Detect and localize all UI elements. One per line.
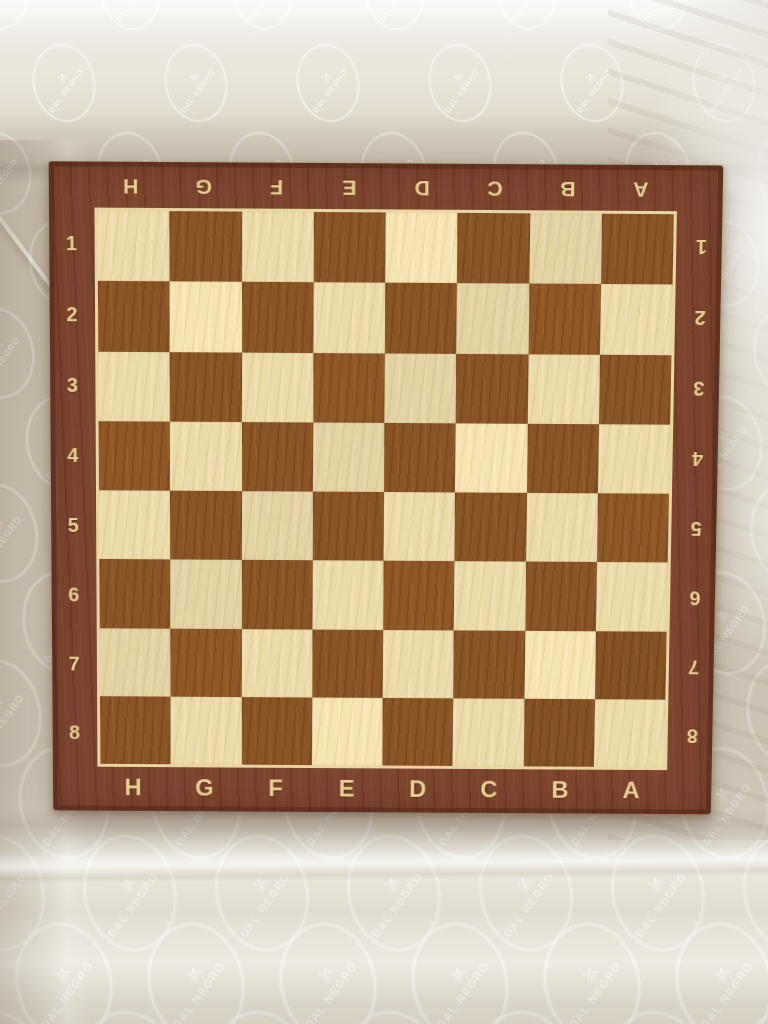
rank-label-right-1: 1 xyxy=(685,211,719,282)
square-g8 xyxy=(171,696,242,764)
square-e2 xyxy=(313,282,385,353)
square-f5 xyxy=(241,491,312,560)
playing-area xyxy=(94,208,676,771)
square-c7 xyxy=(453,630,524,699)
square-g6 xyxy=(170,560,241,629)
square-f8 xyxy=(241,697,312,765)
square-g3 xyxy=(170,352,242,422)
brand-watermark: ⚜DAL NEGRO xyxy=(745,300,768,405)
rank-label-left-1: 1 xyxy=(55,207,88,278)
file-label-top-f: F xyxy=(240,175,313,200)
file-labels-bottom: H G F E D C B A xyxy=(97,770,667,809)
square-a3 xyxy=(599,354,672,424)
file-label-bottom-a: A xyxy=(595,777,667,805)
rank-label-left-2: 2 xyxy=(56,279,89,350)
brand-watermark: ⚜DAL NEGRO xyxy=(749,125,768,220)
square-b3 xyxy=(527,354,599,424)
square-a5 xyxy=(597,493,669,562)
brand-watermark: ⚜DAL NEGRO xyxy=(25,38,103,129)
square-c6 xyxy=(454,561,526,630)
square-d1 xyxy=(385,212,457,283)
square-f6 xyxy=(241,560,312,629)
square-a7 xyxy=(595,631,667,700)
board-grid xyxy=(98,211,674,768)
brand-text: DAL NEGRO xyxy=(378,0,413,23)
square-d8 xyxy=(382,698,453,766)
rank-label-right-8: 8 xyxy=(676,702,709,771)
square-a2 xyxy=(600,284,673,355)
file-label-top-a: A xyxy=(604,177,677,202)
brand-text: DAL NEGRO xyxy=(642,0,677,23)
square-b7 xyxy=(524,630,596,699)
rank-label-right-3: 3 xyxy=(682,353,715,424)
file-label-top-h: H xyxy=(94,174,167,199)
brand-watermark: ⚜DAL NEGRO xyxy=(357,0,431,36)
square-e1 xyxy=(313,212,385,283)
file-label-bottom-h: H xyxy=(97,774,168,802)
file-label-top-c: C xyxy=(459,176,532,201)
file-label-top-b: B xyxy=(531,177,604,202)
brand-watermark: ⚜DAL NEGRO xyxy=(621,0,695,36)
file-label-top-g: G xyxy=(167,174,240,199)
square-e3 xyxy=(313,353,385,423)
file-label-bottom-b: B xyxy=(524,776,596,804)
rank-labels-left: 1 2 3 4 5 6 7 8 xyxy=(55,207,90,766)
brand-watermark: ⚜DAL NEGRO xyxy=(0,125,39,220)
square-c5 xyxy=(455,492,527,561)
square-e7 xyxy=(312,629,383,698)
square-f1 xyxy=(242,212,314,283)
square-d2 xyxy=(385,283,457,354)
square-d5 xyxy=(384,492,456,561)
rank-label-left-8: 8 xyxy=(58,698,90,767)
file-labels-top: H G F E D C B A xyxy=(94,170,677,206)
square-a4 xyxy=(598,424,670,494)
square-b8 xyxy=(523,699,594,767)
square-g7 xyxy=(171,628,242,697)
square-d6 xyxy=(383,561,454,630)
square-c1 xyxy=(457,213,530,284)
square-h6 xyxy=(99,559,170,628)
brand-watermark: ⚜DAL NEGRO xyxy=(157,38,235,129)
square-e6 xyxy=(312,561,383,630)
file-label-top-d: D xyxy=(386,176,459,201)
brand-watermark: ⚜DAL NEGRO xyxy=(93,0,167,36)
file-label-top-e: E xyxy=(313,175,386,200)
brand-watermark: ⚜DAL NEGRO xyxy=(0,0,35,36)
square-e4 xyxy=(313,422,385,492)
boxed-chessboard-photo: ⚜DAL NEGRO⚜DAL NEGRO⚜DAL NEGRO⚜DAL NEGRO… xyxy=(0,0,768,1024)
square-e8 xyxy=(312,697,383,765)
square-f2 xyxy=(242,282,314,353)
file-label-bottom-e: E xyxy=(311,775,382,803)
square-g5 xyxy=(170,491,241,560)
brand-watermark: ⚜DAL NEGRO xyxy=(489,0,563,36)
square-d4 xyxy=(384,423,456,493)
rank-label-left-6: 6 xyxy=(57,560,89,630)
brand-watermark: ⚜DAL NEGRO xyxy=(289,38,367,129)
square-a8 xyxy=(594,699,666,767)
square-c3 xyxy=(456,353,528,423)
rank-label-left-3: 3 xyxy=(56,349,89,420)
brand-watermark: ⚜DAL NEGRO xyxy=(0,475,48,590)
square-g1 xyxy=(170,211,242,282)
brand-text: DAL NEGRO xyxy=(510,0,545,23)
square-h4 xyxy=(99,421,171,491)
square-g4 xyxy=(170,421,241,491)
square-a1 xyxy=(601,214,674,285)
square-h1 xyxy=(98,211,170,282)
square-b4 xyxy=(526,424,598,494)
chess-board: H G F E D C B A 1 2 3 4 5 6 7 8 1 2 3 4 … xyxy=(49,161,724,814)
brand-watermark: ⚜DAL NEGRO xyxy=(0,300,43,405)
brand-watermark: ⚜DAL NEGRO xyxy=(225,0,299,36)
brand-text: DAL NEGRO xyxy=(114,0,149,23)
square-b1 xyxy=(529,213,602,284)
file-label-bottom-c: C xyxy=(453,776,524,804)
rank-label-left-5: 5 xyxy=(57,490,89,560)
rank-label-right-6: 6 xyxy=(678,563,711,632)
brand-text: DAL NEGRO xyxy=(246,0,281,23)
square-g2 xyxy=(170,282,242,353)
brand-watermark: ⚜DAL NEGRO xyxy=(421,38,499,129)
square-h2 xyxy=(98,281,170,352)
file-label-bottom-g: G xyxy=(169,774,240,802)
square-h5 xyxy=(99,490,170,559)
square-h3 xyxy=(98,351,170,421)
rank-label-right-4: 4 xyxy=(681,424,714,494)
square-c8 xyxy=(453,698,524,766)
brand-watermark: ⚜DAL NEGRO xyxy=(740,475,768,590)
square-b2 xyxy=(528,284,601,355)
rank-labels-right: 1 2 3 4 5 6 7 8 xyxy=(676,211,718,770)
square-h7 xyxy=(100,628,171,697)
file-label-bottom-f: F xyxy=(240,774,311,802)
brand-text: DAL NEGRO xyxy=(0,0,17,23)
square-e5 xyxy=(313,492,384,561)
square-b5 xyxy=(526,493,598,562)
rank-label-right-7: 7 xyxy=(677,633,710,702)
square-f3 xyxy=(242,352,314,422)
square-f7 xyxy=(241,629,312,698)
square-b6 xyxy=(525,562,597,631)
brand-watermark: ⚜DAL NEGRO xyxy=(753,0,768,36)
square-d3 xyxy=(384,353,456,423)
square-c2 xyxy=(456,283,528,354)
brand-watermark: ⚜DAL NEGRO xyxy=(553,38,631,129)
square-c4 xyxy=(455,423,527,493)
square-f4 xyxy=(241,422,312,492)
file-label-bottom-d: D xyxy=(382,775,453,803)
brand-watermark: ⚜DAL NEGRO xyxy=(685,38,763,129)
square-h8 xyxy=(100,696,171,764)
rank-label-right-5: 5 xyxy=(680,494,713,564)
rank-label-right-2: 2 xyxy=(683,282,717,353)
rank-label-left-4: 4 xyxy=(57,420,89,490)
rank-label-left-7: 7 xyxy=(58,629,90,698)
square-a6 xyxy=(596,562,668,631)
square-d7 xyxy=(383,630,454,699)
